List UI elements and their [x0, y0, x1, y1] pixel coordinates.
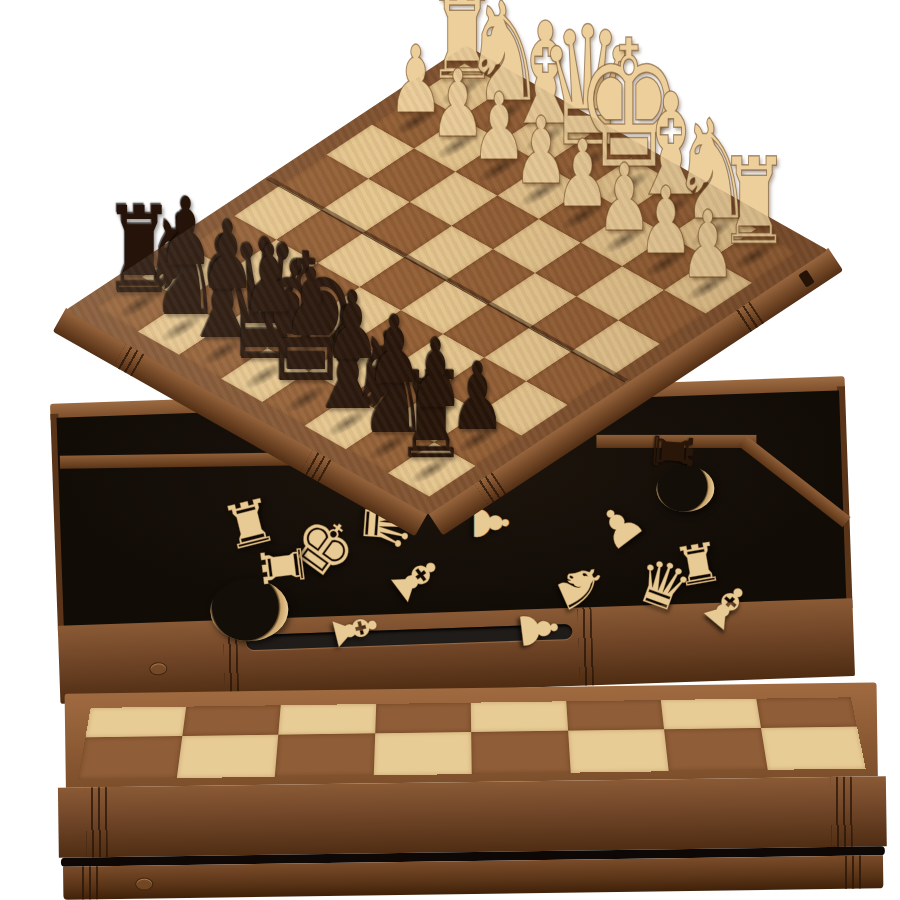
folded-board — [57, 682, 890, 900]
checker-strip — [78, 697, 866, 779]
checker-square — [375, 703, 471, 734]
maker-stamp — [135, 877, 153, 890]
loose-piece-light-r: ♜ — [253, 538, 315, 595]
checker-square — [566, 700, 664, 731]
checker-square — [756, 697, 857, 728]
maker-stamp — [149, 662, 167, 676]
edge-groove-lines — [77, 866, 98, 899]
edge-groove-lines — [831, 777, 853, 847]
checker-square — [373, 732, 471, 775]
piece-glyph: ♟ — [408, 355, 548, 443]
checker-square — [176, 735, 278, 778]
loose-piece-light-p: ♟ — [511, 604, 566, 655]
checker-square — [661, 699, 761, 730]
checker-square — [471, 731, 570, 774]
edge-groove-lines — [86, 787, 108, 857]
chess-set-product-photo: ♜♞♝♛♚♝♞♜♟♟♟♟♟♟♟♟♜♞♝♛♚♝♞♜♟♟♟♟♟♟♟♟ ♟♟♜♜♚♛♟… — [0, 0, 900, 900]
checker-square — [182, 705, 281, 736]
edge-groove-lines — [840, 856, 861, 889]
board-clasp — [798, 270, 815, 288]
checker-square — [275, 733, 375, 776]
folded-board-front-edge — [58, 776, 887, 858]
checker-square — [85, 707, 185, 738]
checker-square — [760, 727, 865, 770]
piece-glyph: ♟ — [638, 202, 778, 290]
checker-square — [471, 701, 568, 732]
folded-board-top — [65, 682, 878, 787]
checker-square — [568, 729, 669, 772]
checker-square — [664, 728, 767, 771]
checker-square — [278, 704, 375, 735]
front-groove-lines — [577, 607, 594, 685]
checker-square — [78, 736, 182, 779]
